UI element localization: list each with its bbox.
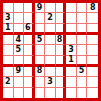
cell-r9c3[interactable] xyxy=(24,88,35,98)
cell-r5c6[interactable] xyxy=(56,45,67,55)
cell-r1c4[interactable]: 9 xyxy=(35,3,46,13)
cell-r8c1[interactable]: 2 xyxy=(3,77,14,87)
cell-r1c6[interactable] xyxy=(56,3,67,13)
cell-r4c8[interactable] xyxy=(77,35,88,45)
cell-r6c9[interactable] xyxy=(87,56,98,67)
cell-r8c7[interactable] xyxy=(66,77,77,87)
cell-r4c4[interactable]: 5 xyxy=(35,35,46,45)
cell-r7c7[interactable] xyxy=(66,67,77,77)
cell-r1c7[interactable] xyxy=(66,3,77,13)
cell-r3c2[interactable] xyxy=(14,24,25,35)
cell-r4c3[interactable] xyxy=(24,35,35,45)
cell-r8c3[interactable] xyxy=(24,77,35,87)
cell-r2c4[interactable] xyxy=(35,13,46,23)
cell-r7c4[interactable]: 8 xyxy=(35,67,46,77)
cell-r7c9[interactable] xyxy=(87,67,98,77)
cell-r1c1[interactable] xyxy=(3,3,14,13)
cell-r6c2[interactable] xyxy=(14,56,25,67)
cell-r5c1[interactable] xyxy=(3,45,14,55)
cell-r9c2[interactable] xyxy=(14,88,25,98)
cell-r6c4[interactable] xyxy=(35,56,46,67)
cell-r5c4[interactable] xyxy=(35,45,46,55)
cell-r1c3[interactable] xyxy=(24,3,35,13)
cell-r8c2[interactable] xyxy=(14,77,25,87)
cell-r6c8[interactable] xyxy=(77,56,88,67)
cell-r8c9[interactable] xyxy=(87,77,98,87)
cell-r9c1[interactable] xyxy=(3,88,14,98)
sudoku-grid: 98321645853198523 xyxy=(3,3,98,98)
cell-r5c5[interactable] xyxy=(45,45,56,55)
cell-r3c5[interactable] xyxy=(45,24,56,35)
cell-r9c9[interactable] xyxy=(87,88,98,98)
cell-r7c2[interactable]: 9 xyxy=(14,67,25,77)
cell-r8c8[interactable] xyxy=(77,77,88,87)
cell-r9c8[interactable] xyxy=(77,88,88,98)
cell-r3c3[interactable]: 6 xyxy=(24,24,35,35)
cell-r3c4[interactable] xyxy=(35,24,46,35)
cell-r5c3[interactable] xyxy=(24,45,35,55)
cell-r1c9[interactable]: 8 xyxy=(87,3,98,13)
cell-r7c5[interactable] xyxy=(45,67,56,77)
cell-r9c5[interactable] xyxy=(45,88,56,98)
cell-r8c5[interactable]: 3 xyxy=(45,77,56,87)
cell-r6c6[interactable] xyxy=(56,56,67,67)
cell-r5c8[interactable] xyxy=(77,45,88,55)
cell-r1c2[interactable] xyxy=(14,3,25,13)
cell-r6c3[interactable] xyxy=(24,56,35,67)
cell-r8c6[interactable] xyxy=(56,77,67,87)
cell-r3c8[interactable] xyxy=(77,24,88,35)
cell-r7c3[interactable] xyxy=(24,67,35,77)
cell-r3c7[interactable] xyxy=(66,24,77,35)
cell-r1c8[interactable] xyxy=(77,3,88,13)
cell-r8c4[interactable] xyxy=(35,77,46,87)
cell-r2c9[interactable] xyxy=(87,13,98,23)
cell-r3c9[interactable] xyxy=(87,24,98,35)
cell-r4c2[interactable]: 4 xyxy=(14,35,25,45)
cell-r9c7[interactable] xyxy=(66,88,77,98)
cell-r3c6[interactable] xyxy=(56,24,67,35)
cell-r3c1[interactable]: 1 xyxy=(3,24,14,35)
cell-r2c8[interactable] xyxy=(77,13,88,23)
cell-r5c2[interactable]: 5 xyxy=(14,45,25,55)
cell-r6c1[interactable] xyxy=(3,56,14,67)
cell-r4c6[interactable]: 8 xyxy=(56,35,67,45)
cell-r6c5[interactable] xyxy=(45,56,56,67)
cell-r6c7[interactable]: 1 xyxy=(66,56,77,67)
cell-r1c5[interactable] xyxy=(45,3,56,13)
cell-r2c2[interactable] xyxy=(14,13,25,23)
sudoku-board: 98321645853198523 xyxy=(0,0,101,101)
cell-r4c5[interactable] xyxy=(45,35,56,45)
cell-r4c7[interactable] xyxy=(66,35,77,45)
cell-r2c5[interactable]: 2 xyxy=(45,13,56,23)
cell-r5c9[interactable] xyxy=(87,45,98,55)
cell-r9c6[interactable] xyxy=(56,88,67,98)
cell-r9c4[interactable] xyxy=(35,88,46,98)
cell-r2c7[interactable] xyxy=(66,13,77,23)
cell-r7c6[interactable] xyxy=(56,67,67,77)
cell-r7c8[interactable]: 5 xyxy=(77,67,88,77)
cell-r7c1[interactable] xyxy=(3,67,14,77)
cell-r4c1[interactable] xyxy=(3,35,14,45)
cell-r2c6[interactable] xyxy=(56,13,67,23)
cell-r4c9[interactable] xyxy=(87,35,98,45)
